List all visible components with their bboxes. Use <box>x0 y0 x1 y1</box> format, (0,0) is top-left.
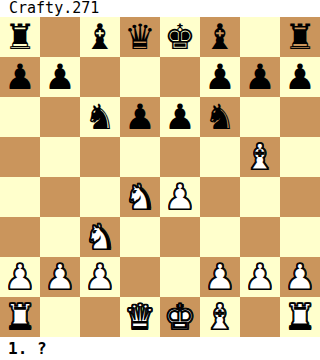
piece-white-king: ♚ <box>164 297 195 337</box>
square-f5[interactable] <box>200 137 240 177</box>
square-a2[interactable]: ♟ <box>0 257 40 297</box>
chess-board: ♜♝♛♚♝♜♟♟♟♟♟♞♟♟♞♝♞♟♞♟♟♟♟♟♟♜♛♚♝♜ <box>0 17 320 337</box>
piece-white-pawn: ♟ <box>44 257 75 297</box>
square-e3[interactable] <box>160 217 200 257</box>
piece-black-king: ♚ <box>164 17 195 57</box>
square-g3[interactable] <box>240 217 280 257</box>
square-c2[interactable]: ♟ <box>80 257 120 297</box>
square-g4[interactable] <box>240 177 280 217</box>
piece-black-pawn: ♟ <box>244 57 275 97</box>
square-a7[interactable]: ♟ <box>0 57 40 97</box>
square-d2[interactable] <box>120 257 160 297</box>
square-b2[interactable]: ♟ <box>40 257 80 297</box>
piece-black-pawn: ♟ <box>4 57 35 97</box>
square-h5[interactable] <box>280 137 320 177</box>
piece-black-knight: ♞ <box>84 97 115 137</box>
window-title: Crafty.271 <box>9 0 99 17</box>
square-b1[interactable] <box>40 297 80 337</box>
square-h6[interactable] <box>280 97 320 137</box>
square-f6[interactable]: ♞ <box>200 97 240 137</box>
piece-black-knight: ♞ <box>204 97 235 137</box>
square-e5[interactable] <box>160 137 200 177</box>
square-g8[interactable] <box>240 17 280 57</box>
square-g7[interactable]: ♟ <box>240 57 280 97</box>
square-b3[interactable] <box>40 217 80 257</box>
square-e8[interactable]: ♚ <box>160 17 200 57</box>
piece-black-rook: ♜ <box>4 17 35 57</box>
piece-white-rook: ♜ <box>284 297 315 337</box>
piece-white-pawn: ♟ <box>244 257 275 297</box>
piece-white-pawn: ♟ <box>4 257 35 297</box>
square-h2[interactable]: ♟ <box>280 257 320 297</box>
piece-black-pawn: ♟ <box>124 97 155 137</box>
piece-white-pawn: ♟ <box>204 257 235 297</box>
square-a5[interactable] <box>0 137 40 177</box>
square-e7[interactable] <box>160 57 200 97</box>
square-c1[interactable] <box>80 297 120 337</box>
square-b8[interactable] <box>40 17 80 57</box>
square-d6[interactable]: ♟ <box>120 97 160 137</box>
title-bar: Crafty.271 <box>0 0 320 17</box>
piece-black-pawn: ♟ <box>164 97 195 137</box>
move-prompt: 1. ? <box>8 339 47 358</box>
square-g2[interactable]: ♟ <box>240 257 280 297</box>
piece-black-queen: ♛ <box>124 17 155 57</box>
square-e4[interactable]: ♟ <box>160 177 200 217</box>
square-f7[interactable]: ♟ <box>200 57 240 97</box>
square-b6[interactable] <box>40 97 80 137</box>
square-c4[interactable] <box>80 177 120 217</box>
piece-black-pawn: ♟ <box>204 57 235 97</box>
piece-black-bishop: ♝ <box>84 17 115 57</box>
square-h4[interactable] <box>280 177 320 217</box>
square-g6[interactable] <box>240 97 280 137</box>
square-f3[interactable] <box>200 217 240 257</box>
square-b5[interactable] <box>40 137 80 177</box>
square-e1[interactable]: ♚ <box>160 297 200 337</box>
square-f2[interactable]: ♟ <box>200 257 240 297</box>
status-bar: 1. ? <box>0 337 320 360</box>
square-d8[interactable]: ♛ <box>120 17 160 57</box>
square-h1[interactable]: ♜ <box>280 297 320 337</box>
square-f4[interactable] <box>200 177 240 217</box>
piece-white-knight: ♞ <box>84 217 115 257</box>
square-c8[interactable]: ♝ <box>80 17 120 57</box>
piece-white-pawn: ♟ <box>164 177 195 217</box>
square-a8[interactable]: ♜ <box>0 17 40 57</box>
square-a1[interactable]: ♜ <box>0 297 40 337</box>
square-c3[interactable]: ♞ <box>80 217 120 257</box>
square-f1[interactable]: ♝ <box>200 297 240 337</box>
piece-white-queen: ♛ <box>124 297 155 337</box>
piece-white-pawn: ♟ <box>284 257 315 297</box>
square-f8[interactable]: ♝ <box>200 17 240 57</box>
square-d1[interactable]: ♛ <box>120 297 160 337</box>
square-g1[interactable] <box>240 297 280 337</box>
square-c7[interactable] <box>80 57 120 97</box>
chess-app-window: Crafty.271 ♜♝♛♚♝♜♟♟♟♟♟♞♟♟♞♝♞♟♞♟♟♟♟♟♟♜♛♚♝… <box>0 0 320 360</box>
piece-black-rook: ♜ <box>284 17 315 57</box>
square-d7[interactable] <box>120 57 160 97</box>
piece-white-pawn: ♟ <box>84 257 115 297</box>
piece-white-bishop: ♝ <box>204 297 235 337</box>
square-a4[interactable] <box>0 177 40 217</box>
square-d4[interactable]: ♞ <box>120 177 160 217</box>
square-h7[interactable]: ♟ <box>280 57 320 97</box>
square-a3[interactable] <box>0 217 40 257</box>
square-d5[interactable] <box>120 137 160 177</box>
square-h3[interactable] <box>280 217 320 257</box>
square-a6[interactable] <box>0 97 40 137</box>
piece-white-bishop: ♝ <box>244 137 275 177</box>
square-c6[interactable]: ♞ <box>80 97 120 137</box>
piece-white-knight: ♞ <box>124 177 155 217</box>
square-b4[interactable] <box>40 177 80 217</box>
piece-black-pawn: ♟ <box>284 57 315 97</box>
square-b7[interactable]: ♟ <box>40 57 80 97</box>
square-e2[interactable] <box>160 257 200 297</box>
piece-black-bishop: ♝ <box>204 17 235 57</box>
piece-black-pawn: ♟ <box>44 57 75 97</box>
square-e6[interactable]: ♟ <box>160 97 200 137</box>
square-h8[interactable]: ♜ <box>280 17 320 57</box>
square-c5[interactable] <box>80 137 120 177</box>
square-d3[interactable] <box>120 217 160 257</box>
piece-white-rook: ♜ <box>4 297 35 337</box>
square-g5[interactable]: ♝ <box>240 137 280 177</box>
